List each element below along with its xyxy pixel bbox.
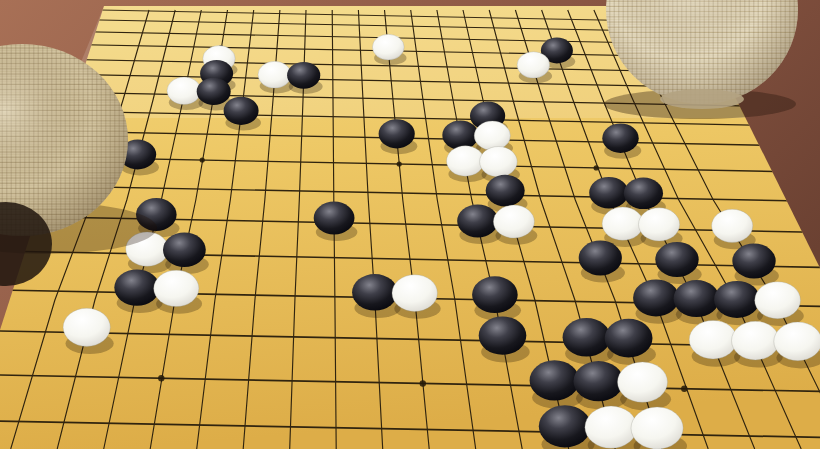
white-stone[interactable] <box>392 275 437 312</box>
white-stone[interactable] <box>517 52 550 78</box>
black-stone[interactable] <box>530 360 580 400</box>
black-stone[interactable] <box>602 124 638 153</box>
black-stone[interactable] <box>732 244 775 279</box>
black-stone[interactable] <box>714 281 760 318</box>
right-stone-bowl <box>604 0 798 119</box>
white-stone[interactable] <box>689 320 737 359</box>
black-stone[interactable] <box>479 316 527 354</box>
hoshi-point <box>681 385 687 391</box>
white-stone[interactable] <box>639 208 680 241</box>
black-stone[interactable] <box>563 318 611 357</box>
white-stone[interactable] <box>154 270 199 306</box>
black-stone[interactable] <box>633 279 679 316</box>
hoshi-point <box>594 165 599 170</box>
black-stone[interactable] <box>579 241 622 276</box>
white-stone[interactable] <box>493 205 534 238</box>
black-stone[interactable] <box>163 233 206 268</box>
white-stone[interactable] <box>755 282 801 319</box>
white-stone[interactable] <box>712 209 753 242</box>
white-stone[interactable] <box>631 407 683 449</box>
black-stone[interactable] <box>674 280 720 317</box>
hoshi-point <box>420 380 426 386</box>
white-stone[interactable] <box>585 406 637 448</box>
black-stone[interactable] <box>287 62 320 89</box>
black-stone[interactable] <box>589 177 628 209</box>
white-stone[interactable] <box>774 322 820 361</box>
black-stone[interactable] <box>605 319 653 358</box>
black-stone[interactable] <box>472 276 518 313</box>
black-stone[interactable] <box>655 242 698 277</box>
go-photo-scene <box>0 0 820 449</box>
white-stone[interactable] <box>63 308 110 346</box>
white-stone[interactable] <box>618 362 668 402</box>
white-stone[interactable] <box>258 61 291 88</box>
black-stone[interactable] <box>539 405 591 447</box>
white-stone[interactable] <box>372 34 404 60</box>
black-stone[interactable] <box>314 202 355 235</box>
black-stone[interactable] <box>624 178 663 210</box>
black-stone[interactable] <box>457 204 498 237</box>
go-board-photo <box>0 0 820 449</box>
black-stone[interactable] <box>352 274 397 311</box>
hoshi-point <box>397 161 402 166</box>
white-stone[interactable] <box>167 77 201 104</box>
hoshi-point <box>200 157 205 162</box>
white-stone[interactable] <box>447 146 485 176</box>
bowl-base <box>660 89 744 109</box>
black-stone[interactable] <box>224 97 259 125</box>
black-stone[interactable] <box>442 121 478 150</box>
black-stone[interactable] <box>574 361 624 401</box>
black-stone[interactable] <box>486 175 525 207</box>
white-stone[interactable] <box>732 321 780 360</box>
white-stone[interactable] <box>480 147 518 177</box>
black-stone[interactable] <box>197 78 231 105</box>
black-stone[interactable] <box>379 119 415 148</box>
hoshi-point <box>158 375 164 381</box>
white-stone[interactable] <box>474 121 510 150</box>
white-stone[interactable] <box>602 207 643 240</box>
black-stone[interactable] <box>114 269 159 305</box>
